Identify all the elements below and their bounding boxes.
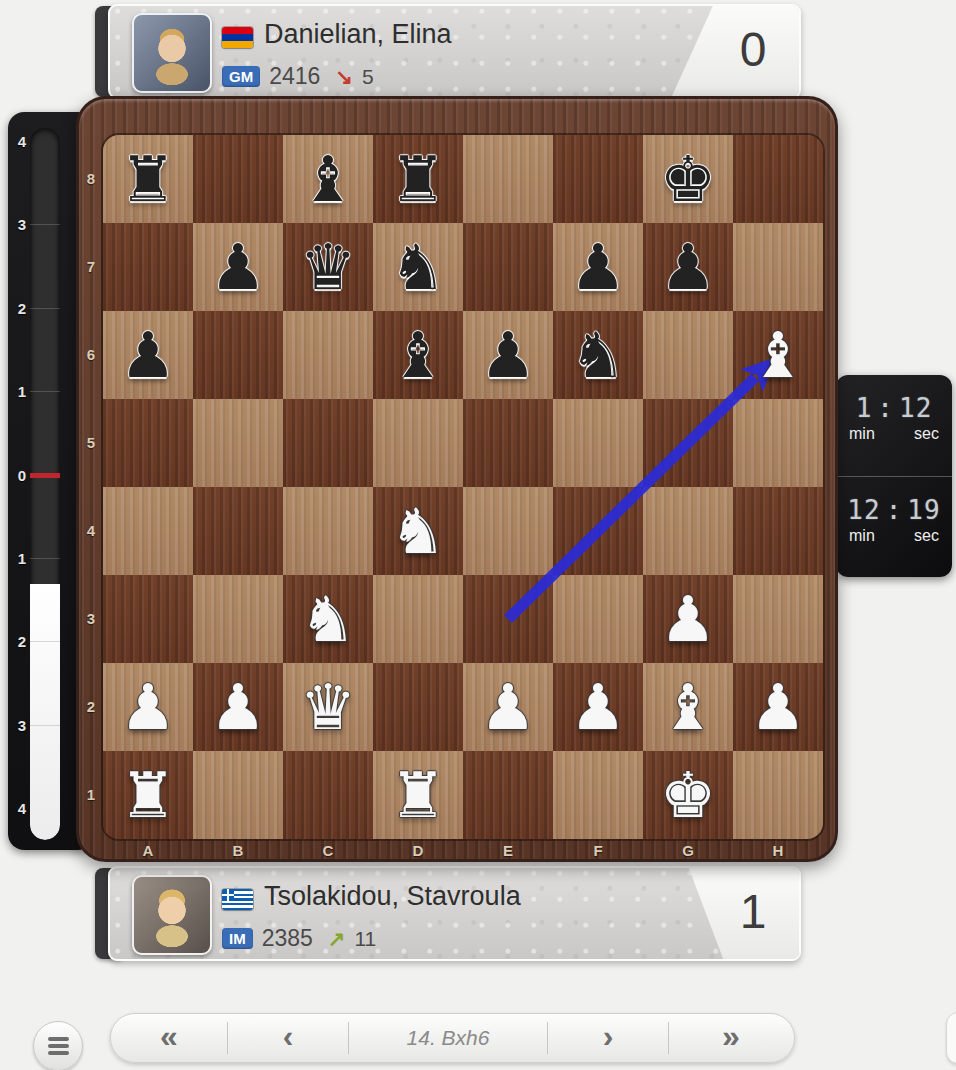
piece-white-pawn[interactable]: ♟ — [750, 676, 806, 739]
square-b2[interactable]: ♟ — [193, 663, 283, 751]
square-b3[interactable] — [193, 575, 283, 663]
evaluation-zero-marker — [30, 473, 60, 478]
file-label-F: F — [553, 839, 643, 863]
piece-black-king[interactable]: ♚ — [660, 148, 716, 211]
clock-white-labels: minsec — [836, 525, 952, 545]
file-label-E: E — [463, 839, 553, 863]
square-b5[interactable] — [193, 399, 283, 487]
rating-change-top: 5 — [362, 65, 374, 89]
clock-white-sec-label: sec — [914, 527, 939, 545]
piece-white-king[interactable]: ♚ — [660, 764, 716, 827]
rating-change-bottom: 11 — [354, 927, 376, 951]
square-a5[interactable] — [103, 399, 193, 487]
square-b4[interactable] — [193, 487, 283, 575]
square-d5[interactable] — [373, 399, 463, 487]
next-move-button[interactable]: › — [548, 1014, 668, 1062]
player-card-bottom[interactable]: 1 Tsolakidou, Stavroula IM 2385 ↗ 11 — [95, 866, 801, 961]
move-navigation-bar: « ‹ 14. Bxh6 › » — [110, 1013, 795, 1063]
player-card-top[interactable]: 0 Danielian, Elina GM 2416 ↘ 5 — [95, 4, 801, 99]
eval-scale-label-0: 4 — [8, 133, 26, 150]
eval-scale-label-6: 2 — [8, 633, 26, 650]
square-h4[interactable] — [733, 487, 823, 575]
piece-white-pawn[interactable]: ♟ — [480, 676, 536, 739]
square-a6[interactable]: ♟ — [103, 311, 193, 399]
first-move-button[interactable]: « — [111, 1014, 227, 1062]
board-squares[interactable]: ♜♝♜♚♟♛♞♟♟♟♝♟♞♝♞♞♟♟♟♛♟♟♝♟♜♜♚ — [103, 135, 823, 839]
square-f7[interactable]: ♟ — [553, 223, 643, 311]
square-c6[interactable] — [283, 311, 373, 399]
square-h6[interactable]: ♝ — [733, 311, 823, 399]
square-g3[interactable]: ♟ — [643, 575, 733, 663]
current-move-label: 14. Bxh6 — [349, 1014, 547, 1062]
square-b6[interactable] — [193, 311, 283, 399]
clock-white-sec: 19 — [907, 495, 940, 525]
piece-white-pawn[interactable]: ♟ — [120, 676, 176, 739]
square-e1[interactable] — [463, 751, 553, 839]
piece-black-pawn[interactable]: ♟ — [120, 324, 176, 387]
square-e8[interactable] — [463, 135, 553, 223]
square-b7[interactable]: ♟ — [193, 223, 283, 311]
piece-black-pawn[interactable]: ♟ — [660, 236, 716, 299]
trend-down-icon: ↘ — [335, 65, 353, 89]
clock-black-labels: minsec — [836, 423, 952, 443]
file-label-A: A — [103, 839, 193, 863]
rank-label-3: 3 — [81, 575, 101, 663]
square-e3[interactable] — [463, 575, 553, 663]
piece-white-rook[interactable]: ♜ — [120, 764, 176, 827]
clock-black-sec: 12 — [899, 393, 932, 423]
piece-black-queen[interactable]: ♛ — [300, 236, 356, 299]
square-h7[interactable] — [733, 223, 823, 311]
square-f3[interactable] — [553, 575, 643, 663]
file-label-G: G — [643, 839, 733, 863]
eval-scale-label-3: 1 — [8, 383, 26, 400]
eval-scale-label-2: 2 — [8, 299, 26, 316]
eval-tick — [30, 725, 60, 726]
eval-scale-label-4: 0 — [8, 466, 26, 483]
square-a2[interactable]: ♟ — [103, 663, 193, 751]
clock-white-digits: 12:19 — [836, 495, 952, 525]
rank-label-8: 8 — [81, 135, 101, 223]
square-h5[interactable] — [733, 399, 823, 487]
last-move-button[interactable]: » — [669, 1014, 793, 1062]
eval-scale-label-1: 3 — [8, 216, 26, 233]
rating-bottom: 2385 — [262, 925, 313, 952]
square-d7[interactable]: ♞ — [373, 223, 463, 311]
piece-white-bishop[interactable]: ♝ — [660, 676, 716, 739]
title-badge-top: GM — [222, 66, 260, 87]
piece-white-bishop[interactable]: ♝ — [750, 324, 806, 387]
clock-white-min: 12 — [847, 495, 880, 525]
square-d1[interactable]: ♜ — [373, 751, 463, 839]
square-g1[interactable]: ♚ — [643, 751, 733, 839]
piece-black-knight[interactable]: ♞ — [390, 236, 446, 299]
eval-tick — [30, 391, 60, 392]
square-g6[interactable] — [643, 311, 733, 399]
player-info-bottom: IM 2385 ↗ 11 — [222, 925, 376, 952]
chess-board[interactable]: 87654321 ABCDEFGH ♜♝♜♚♟♛♞♟♟♟♝♟♞♝♞♞♟♟♟♛♟♟… — [76, 96, 838, 862]
clock-black-min: 1 — [856, 393, 873, 423]
square-h2[interactable]: ♟ — [733, 663, 823, 751]
piece-black-pawn[interactable]: ♟ — [480, 324, 536, 387]
eval-scale-label-7: 3 — [8, 716, 26, 733]
evaluation-white-fill — [30, 584, 60, 840]
square-a7[interactable] — [103, 223, 193, 311]
piece-black-bishop[interactable]: ♝ — [390, 324, 446, 387]
player-info-top: GM 2416 ↘ 5 — [222, 63, 374, 90]
square-e4[interactable] — [463, 487, 553, 575]
rank-label-7: 7 — [81, 223, 101, 311]
piece-white-rook[interactable]: ♜ — [390, 764, 446, 827]
square-c3[interactable]: ♞ — [283, 575, 373, 663]
square-c1[interactable] — [283, 751, 373, 839]
piece-black-bishop[interactable]: ♝ — [300, 148, 356, 211]
square-h8[interactable] — [733, 135, 823, 223]
piece-white-pawn[interactable]: ♟ — [570, 676, 626, 739]
rank-label-1: 1 — [81, 751, 101, 839]
piece-black-pawn[interactable]: ♟ — [570, 236, 626, 299]
square-g2[interactable]: ♝ — [643, 663, 733, 751]
piece-black-rook[interactable]: ♜ — [120, 148, 176, 211]
file-label-H: H — [733, 839, 823, 863]
evaluation-bar — [30, 128, 60, 840]
square-h3[interactable] — [733, 575, 823, 663]
piece-white-queen[interactable]: ♛ — [300, 676, 356, 739]
eval-tick — [30, 558, 60, 559]
square-f6[interactable]: ♞ — [553, 311, 643, 399]
square-d6[interactable]: ♝ — [373, 311, 463, 399]
square-g8[interactable]: ♚ — [643, 135, 733, 223]
score-area-top: 0 — [110, 6, 799, 97]
square-a4[interactable] — [103, 487, 193, 575]
square-f4[interactable] — [553, 487, 643, 575]
square-e7[interactable] — [463, 223, 553, 311]
square-f1[interactable] — [553, 751, 643, 839]
piece-white-pawn[interactable]: ♟ — [210, 676, 266, 739]
title-badge-bottom: IM — [222, 928, 253, 949]
square-b8[interactable] — [193, 135, 283, 223]
armenia-flag-icon — [222, 27, 253, 48]
piece-black-knight[interactable]: ♞ — [570, 324, 626, 387]
square-e5[interactable] — [463, 399, 553, 487]
rank-label-4: 4 — [81, 487, 101, 575]
eval-tick — [30, 224, 60, 225]
eval-scale-label-5: 1 — [8, 550, 26, 567]
piece-white-pawn[interactable]: ♟ — [660, 588, 716, 651]
square-g4[interactable] — [643, 487, 733, 575]
greece-flag-icon — [222, 889, 253, 910]
clock-panel: 1:12 minsec 12:19 minsec — [836, 375, 952, 577]
avatar-bottom — [132, 875, 212, 955]
live-chess-screen: 0 Danielian, Elina GM 2416 ↘ 5 1 Tsolaki… — [0, 0, 956, 1070]
score-top: 0 — [731, 22, 775, 77]
clock-black-colon: : — [877, 393, 894, 423]
square-f8[interactable] — [553, 135, 643, 223]
square-g5[interactable] — [643, 399, 733, 487]
file-label-C: C — [283, 839, 373, 863]
square-c4[interactable] — [283, 487, 373, 575]
rank-label-6: 6 — [81, 311, 101, 399]
clock-black-sec-label: sec — [914, 425, 939, 443]
square-c2[interactable]: ♛ — [283, 663, 373, 751]
clock-white-colon: : — [886, 495, 903, 525]
clock-black-digits: 1:12 — [836, 393, 952, 423]
piece-black-pawn[interactable]: ♟ — [210, 236, 266, 299]
edge-partial-button[interactable] — [946, 1012, 956, 1064]
square-d8[interactable]: ♜ — [373, 135, 463, 223]
file-label-B: B — [193, 839, 283, 863]
player-card-top-body: 0 Danielian, Elina GM 2416 ↘ 5 — [108, 4, 801, 99]
square-c8[interactable]: ♝ — [283, 135, 373, 223]
eval-tick — [30, 641, 60, 642]
square-e6[interactable]: ♟ — [463, 311, 553, 399]
square-f2[interactable]: ♟ — [553, 663, 643, 751]
hamburger-icon — [48, 1037, 69, 1041]
eval-tick — [30, 308, 60, 309]
file-label-D: D — [373, 839, 463, 863]
score-bottom: 1 — [731, 884, 775, 939]
square-e2[interactable]: ♟ — [463, 663, 553, 751]
player-name-bottom: Tsolakidou, Stavroula — [264, 881, 521, 912]
clock-white-min-label: min — [849, 527, 875, 545]
rank-label-5: 5 — [81, 399, 101, 487]
avatar-top — [132, 13, 212, 93]
square-c7[interactable]: ♛ — [283, 223, 373, 311]
trend-up-icon: ↗ — [328, 927, 346, 951]
piece-white-knight[interactable]: ♞ — [300, 588, 356, 651]
square-b1[interactable] — [193, 751, 283, 839]
square-c5[interactable] — [283, 399, 373, 487]
previous-move-button[interactable]: ‹ — [228, 1014, 348, 1062]
piece-white-knight[interactable]: ♞ — [390, 500, 446, 563]
square-d4[interactable]: ♞ — [373, 487, 463, 575]
square-h1[interactable] — [733, 751, 823, 839]
menu-button[interactable] — [33, 1021, 83, 1070]
rank-label-2: 2 — [81, 663, 101, 751]
square-d3[interactable] — [373, 575, 463, 663]
clock-black-min-label: min — [849, 425, 875, 443]
square-a1[interactable]: ♜ — [103, 751, 193, 839]
square-d2[interactable] — [373, 663, 463, 751]
player-name-top: Danielian, Elina — [264, 19, 452, 50]
rating-top: 2416 — [269, 63, 320, 90]
square-g7[interactable]: ♟ — [643, 223, 733, 311]
clock-white: 12:19 minsec — [836, 476, 952, 578]
player-card-bottom-body: 1 Tsolakidou, Stavroula IM 2385 ↗ 11 — [108, 866, 801, 961]
piece-black-rook[interactable]: ♜ — [390, 148, 446, 211]
square-a8[interactable]: ♜ — [103, 135, 193, 223]
square-a3[interactable] — [103, 575, 193, 663]
eval-scale-label-8: 4 — [8, 800, 26, 817]
square-f5[interactable] — [553, 399, 643, 487]
clock-black: 1:12 minsec — [836, 375, 952, 476]
